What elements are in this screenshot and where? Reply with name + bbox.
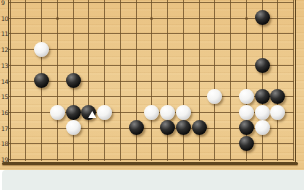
last-move-marker-icon: [88, 111, 96, 118]
stone-black: [255, 89, 270, 104]
stone-black: [81, 105, 96, 120]
grid-line-horizontal: [9, 65, 294, 66]
stone-white: [207, 89, 222, 104]
grid-line-horizontal: [9, 81, 294, 82]
grid-line-horizontal: [9, 33, 294, 34]
stone-black: [176, 120, 191, 135]
stone-white: [239, 89, 254, 104]
stone-white: [34, 42, 49, 57]
stone-white: [50, 105, 65, 120]
board-bottom-edge: [2, 162, 298, 165]
bottom-panel: [2, 170, 304, 190]
stone-black: [239, 120, 254, 135]
row-coordinate-label: 13: [1, 62, 8, 69]
row-coordinate-label: 10: [1, 15, 8, 22]
stone-black: [270, 89, 285, 104]
row-coordinate-label: 14: [1, 78, 8, 85]
stone-black: [66, 73, 81, 88]
stone-black: [160, 120, 175, 135]
stone-white: [144, 105, 159, 120]
row-coordinate-label: 16: [1, 109, 8, 116]
row-coordinate-label: 12: [1, 46, 8, 53]
stone-white: [270, 105, 285, 120]
stone-white: [66, 120, 81, 135]
row-coordinate-label: 11: [1, 30, 8, 37]
row-coordinate-label: 18: [1, 140, 8, 147]
row-coordinate-label: 15: [1, 93, 8, 100]
board-right-edge: [295, 0, 296, 164]
stone-black: [129, 120, 144, 135]
stone-white: [160, 105, 175, 120]
row-coordinate-label: 9: [1, 0, 4, 6]
screenshot: 910111213141516171819: [0, 0, 304, 190]
star-point: [56, 17, 59, 20]
stone-black: [255, 58, 270, 73]
stone-black: [255, 10, 270, 25]
grid-line-horizontal: [9, 2, 294, 3]
stone-white: [255, 105, 270, 120]
stone-white: [97, 105, 112, 120]
stone-white: [176, 105, 191, 120]
grid-line-horizontal: [9, 159, 294, 160]
stone-white: [239, 105, 254, 120]
go-board[interactable]: 910111213141516171819: [0, 0, 304, 170]
stone-black: [239, 136, 254, 151]
stone-black: [34, 73, 49, 88]
stone-black: [192, 120, 207, 135]
stone-white: [255, 120, 270, 135]
board-left-edge: [8, 0, 9, 164]
row-coordinate-label: 19: [1, 156, 8, 163]
star-point: [245, 17, 248, 20]
row-coordinate-label: 17: [1, 125, 8, 132]
grid-line-horizontal: [9, 49, 294, 50]
stone-black: [66, 105, 81, 120]
